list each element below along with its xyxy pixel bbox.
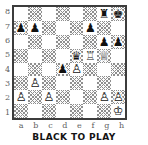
square-c6[interactable] bbox=[42, 35, 56, 49]
square-g2[interactable]: ♙ bbox=[97, 90, 111, 104]
square-b4[interactable] bbox=[28, 63, 42, 77]
file-label-c: c bbox=[48, 121, 52, 130]
square-e6[interactable] bbox=[70, 35, 84, 49]
square-f6[interactable] bbox=[83, 35, 97, 49]
black-pawn-h6[interactable]: ♟ bbox=[113, 36, 124, 48]
chess-diagram: 87654321 ♜♚♟♟♟♟♟♛♖♕♟♙♙♙♙♙♙♔ abcdefgh BLA… bbox=[0, 0, 148, 145]
square-d2[interactable] bbox=[56, 90, 70, 104]
black-pawn-b7[interactable]: ♟ bbox=[29, 22, 40, 34]
square-d7[interactable] bbox=[56, 21, 70, 35]
square-g7[interactable] bbox=[97, 21, 111, 35]
square-a3[interactable] bbox=[14, 76, 28, 90]
square-a7[interactable]: ♟ bbox=[14, 21, 28, 35]
square-f2[interactable] bbox=[83, 90, 97, 104]
square-g5[interactable]: ♕ bbox=[97, 49, 111, 63]
square-a6[interactable] bbox=[14, 35, 28, 49]
square-b7[interactable]: ♟ bbox=[28, 21, 42, 35]
square-e2[interactable] bbox=[70, 90, 84, 104]
square-f4[interactable] bbox=[83, 63, 97, 77]
file-label-d: d bbox=[62, 121, 67, 130]
rank-label-6: 6 bbox=[5, 37, 10, 45]
square-a5[interactable] bbox=[14, 49, 28, 63]
square-g6[interactable]: ♟ bbox=[97, 35, 111, 49]
square-g4[interactable] bbox=[97, 63, 111, 77]
square-h6[interactable]: ♟ bbox=[111, 35, 125, 49]
square-b3[interactable]: ♙ bbox=[28, 76, 42, 90]
square-g1[interactable] bbox=[97, 104, 111, 118]
black-pawn-d4[interactable]: ♟ bbox=[57, 63, 68, 75]
square-c8[interactable] bbox=[42, 7, 56, 21]
white-pawn-b3[interactable]: ♙ bbox=[29, 77, 40, 89]
black-pawn-f7[interactable]: ♟ bbox=[85, 22, 96, 34]
square-b6[interactable] bbox=[28, 35, 42, 49]
square-d4[interactable]: ♟ bbox=[56, 63, 70, 77]
side-to-move-caption: BLACK TO PLAY bbox=[0, 132, 148, 142]
file-label-f: f bbox=[92, 121, 95, 130]
rank-labels: 87654321 bbox=[0, 5, 12, 120]
square-d1[interactable] bbox=[56, 104, 70, 118]
rank-label-1: 1 bbox=[5, 109, 10, 117]
square-a8[interactable] bbox=[14, 7, 28, 21]
square-h8[interactable]: ♚ bbox=[111, 7, 125, 21]
square-g8[interactable]: ♜ bbox=[97, 7, 111, 21]
square-f3[interactable] bbox=[83, 76, 97, 90]
black-king-h8[interactable]: ♚ bbox=[113, 8, 124, 20]
rank-label-4: 4 bbox=[5, 66, 10, 74]
square-e1[interactable] bbox=[70, 104, 84, 118]
square-f1[interactable] bbox=[83, 104, 97, 118]
square-e5[interactable]: ♛ bbox=[70, 49, 84, 63]
white-rook-f5[interactable]: ♖ bbox=[85, 50, 96, 62]
square-f7[interactable]: ♟ bbox=[83, 21, 97, 35]
white-queen-g5[interactable]: ♕ bbox=[99, 50, 110, 62]
square-b2[interactable] bbox=[28, 90, 42, 104]
square-c7[interactable] bbox=[42, 21, 56, 35]
rank-label-3: 3 bbox=[5, 80, 10, 88]
square-a1[interactable] bbox=[14, 104, 28, 118]
file-label-g: g bbox=[104, 121, 109, 130]
black-pawn-g6[interactable]: ♟ bbox=[99, 36, 110, 48]
square-b5[interactable] bbox=[28, 49, 42, 63]
square-a4[interactable] bbox=[14, 63, 28, 77]
file-label-b: b bbox=[33, 121, 38, 130]
square-e8[interactable] bbox=[70, 7, 84, 21]
square-b8[interactable] bbox=[28, 7, 42, 21]
white-pawn-g2[interactable]: ♙ bbox=[99, 91, 110, 103]
square-g3[interactable] bbox=[97, 76, 111, 90]
square-a2[interactable]: ♙ bbox=[14, 90, 28, 104]
white-pawn-c2[interactable]: ♙ bbox=[43, 91, 54, 103]
square-e4[interactable]: ♙ bbox=[70, 63, 84, 77]
square-h4[interactable] bbox=[111, 63, 125, 77]
chess-board: ♜♚♟♟♟♟♟♛♖♕♟♙♙♙♙♙♙♔ bbox=[12, 5, 127, 120]
square-h5[interactable] bbox=[111, 49, 125, 63]
square-h3[interactable] bbox=[111, 76, 125, 90]
square-c4[interactable] bbox=[42, 63, 56, 77]
rank-label-5: 5 bbox=[5, 51, 10, 59]
square-c3[interactable] bbox=[42, 76, 56, 90]
black-rook-g8[interactable]: ♜ bbox=[99, 8, 110, 20]
square-e3[interactable] bbox=[70, 76, 84, 90]
rank-label-8: 8 bbox=[5, 8, 10, 16]
file-label-a: a bbox=[19, 121, 24, 130]
board-area: 87654321 ♜♚♟♟♟♟♟♛♖♕♟♙♙♙♙♙♙♔ bbox=[0, 0, 148, 120]
square-f8[interactable] bbox=[83, 7, 97, 21]
square-b1[interactable] bbox=[28, 104, 42, 118]
square-d5[interactable] bbox=[56, 49, 70, 63]
square-d8[interactable] bbox=[56, 7, 70, 21]
square-h7[interactable] bbox=[111, 21, 125, 35]
square-c2[interactable]: ♙ bbox=[42, 90, 56, 104]
square-h2[interactable]: ♙ bbox=[111, 90, 125, 104]
white-king-h1[interactable]: ♔ bbox=[113, 105, 124, 117]
file-label-h: h bbox=[119, 121, 124, 130]
square-h1[interactable]: ♔ bbox=[111, 104, 125, 118]
black-queen-e5[interactable]: ♛ bbox=[71, 50, 82, 62]
file-labels: abcdefgh bbox=[14, 120, 129, 130]
square-e7[interactable] bbox=[70, 21, 84, 35]
square-d6[interactable] bbox=[56, 35, 70, 49]
square-c1[interactable] bbox=[42, 104, 56, 118]
rank-label-2: 2 bbox=[5, 94, 10, 102]
square-d3[interactable] bbox=[56, 76, 70, 90]
rank-label-7: 7 bbox=[5, 23, 10, 31]
square-f5[interactable]: ♖ bbox=[83, 49, 97, 63]
white-pawn-a2[interactable]: ♙ bbox=[16, 91, 27, 103]
square-c5[interactable] bbox=[42, 49, 56, 63]
file-label-e: e bbox=[77, 121, 82, 130]
black-pawn-a7[interactable]: ♟ bbox=[16, 22, 27, 34]
white-pawn-h2[interactable]: ♙ bbox=[113, 91, 124, 103]
white-pawn-e4[interactable]: ♙ bbox=[71, 63, 82, 75]
